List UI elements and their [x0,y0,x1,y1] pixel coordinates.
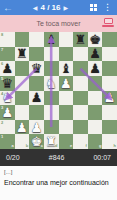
piece-black-rook[interactable]: ♜ [75,33,87,46]
square-e7[interactable] [59,47,74,62]
piece-black-king[interactable]: ♚ [89,33,101,46]
square-d4[interactable] [44,91,59,106]
task-instruction: Encontrar una mejor continuación [4,179,113,186]
square-e2[interactable] [59,120,74,135]
puzzle-number-label: #846 [49,154,65,161]
square-c8[interactable] [29,32,44,47]
square-c5[interactable] [29,76,44,91]
turn-banner-text: Te toca mover [37,20,81,27]
rank-label: 6 [1,62,3,66]
square-d5[interactable]: ♞ [44,76,59,91]
square-c4[interactable]: ♟ [29,91,44,106]
square-c3[interactable] [29,105,44,120]
back-icon[interactable]: ← [3,3,13,13]
square-b3[interactable] [15,105,30,120]
prev-puzzle-icon[interactable]: ◀ [33,5,38,11]
overflow-menu-icon[interactable]: ⋮ [103,3,112,12]
square-h5[interactable] [102,76,117,91]
square-f4[interactable] [73,91,88,106]
puzzle-position-label: 4 / 16 [40,4,60,12]
piece-black-pawn[interactable]: ♟ [31,91,43,104]
square-g1[interactable]: g [88,134,103,149]
file-label: b [26,144,28,148]
square-h3[interactable] [102,105,117,120]
rank-label: 4 [1,92,3,96]
square-a5[interactable]: 5♛ [0,76,15,91]
square-d2[interactable] [44,120,59,135]
piece-white-pawn[interactable]: ♟ [31,121,43,134]
square-d3[interactable] [44,105,59,120]
file-label: c [41,144,43,148]
square-f1[interactable]: f [73,134,88,149]
square-b7[interactable]: ♜ [15,47,30,62]
square-h1[interactable]: h [102,134,117,149]
piece-black-pawn[interactable]: ♟ [89,62,101,75]
rank-label: 5 [1,77,3,81]
square-d6[interactable] [44,61,59,76]
square-c1[interactable]: c♚ [29,134,44,149]
square-g3[interactable] [88,105,103,120]
square-a8[interactable]: 8 [0,32,15,47]
piece-white-pawn[interactable]: ♟ [16,121,28,134]
square-f7[interactable] [73,47,88,62]
square-d8[interactable]: ♝ [44,32,59,47]
square-e5[interactable]: ♟ [59,76,74,91]
piece-black-pawn[interactable]: ♟ [89,47,101,60]
rank-label: 7 [1,48,3,52]
file-label: e [70,144,72,148]
file-label: g [99,144,101,148]
square-b2[interactable]: ♟ [15,120,30,135]
square-f8[interactable]: ♜ [73,32,88,47]
board-grid[interactable]: 8♝♜♚7♜♟6♟♛♝♟5♛♞♟4♞♟♟3♟2♟♟1abc♚d♜efgh [0,32,117,149]
square-b1[interactable]: b [15,134,30,149]
status-bar: 0/20 #846 00:07 [0,149,117,166]
square-h8[interactable] [102,32,117,47]
puzzle-navigation: ◀ 4 / 16 ▶ [15,4,86,12]
file-label: d [55,144,57,148]
piece-white-pawn[interactable]: ♟ [104,91,116,104]
rank-label: 1 [1,135,3,139]
square-b5[interactable] [15,76,30,91]
piece-white-knight[interactable]: ♞ [45,77,57,90]
square-a7[interactable]: 7 [0,47,15,62]
square-a6[interactable]: 6♟ [0,61,15,76]
rank-label: 3 [1,106,3,110]
square-e4[interactable] [59,91,74,106]
square-b4[interactable] [15,91,30,106]
square-g2[interactable] [88,120,103,135]
square-g6[interactable]: ♟ [88,61,103,76]
square-d7[interactable] [44,47,59,62]
square-e8[interactable] [59,32,74,47]
file-label: f [85,144,86,148]
square-e3[interactable] [59,105,74,120]
piece-black-bishop[interactable]: ♝ [60,62,72,75]
score-label: 0/20 [6,154,20,161]
top-bar: ← ◀ 4 / 16 ▶ ⋮ [0,0,117,15]
move-list-placeholder: [...] [4,169,113,175]
square-d1[interactable]: d♜ [44,134,59,149]
computer-icon[interactable] [102,18,114,27]
square-b8[interactable] [15,32,30,47]
square-a4[interactable]: 4♞ [0,91,15,106]
piece-black-queen[interactable]: ♛ [31,62,43,75]
square-e1[interactable]: e [59,134,74,149]
rank-label: 2 [1,121,3,125]
file-label: a [11,144,13,148]
turn-banner: Te toca mover [0,15,117,32]
square-f6[interactable] [73,61,88,76]
square-b6[interactable] [15,61,30,76]
square-g4[interactable] [88,91,103,106]
square-c2[interactable]: ♟ [29,120,44,135]
next-puzzle-icon[interactable]: ▶ [64,5,69,11]
square-e6[interactable]: ♝ [59,61,74,76]
task-panel: [...] Encontrar una mejor continuación [0,166,117,200]
square-f5[interactable] [73,76,88,91]
square-c7[interactable] [29,47,44,62]
square-a3[interactable]: 3♟ [0,105,15,120]
square-g7[interactable]: ♟ [88,47,103,62]
square-a1[interactable]: 1a [0,134,15,149]
square-g5[interactable] [88,76,103,91]
square-c6[interactable]: ♛ [29,61,44,76]
square-f2[interactable] [73,120,88,135]
timer-label: 00:07 [93,154,111,161]
square-a2[interactable]: 2 [0,120,15,135]
square-f3[interactable] [73,105,88,120]
piece-black-bishop[interactable]: ♝ [45,33,57,46]
square-h2[interactable] [102,120,117,135]
square-g8[interactable]: ♚ [88,32,103,47]
chess-board[interactable]: 8♝♜♚7♜♟6♟♛♝♟5♛♞♟4♞♟♟3♟2♟♟1abc♚d♜efgh [0,32,117,149]
square-h6[interactable] [102,61,117,76]
square-h4[interactable]: ♟ [102,91,117,106]
file-label: h [114,144,116,148]
rank-label: 8 [1,33,3,37]
piece-white-pawn[interactable]: ♟ [60,77,72,90]
puzzle-grid-icon[interactable] [90,4,97,11]
square-h7[interactable] [102,47,117,62]
piece-black-rook[interactable]: ♜ [16,47,28,60]
